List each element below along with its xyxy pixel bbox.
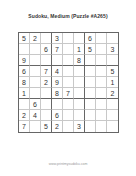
cell-r8c5 <box>63 110 74 121</box>
cell-r5c9: 1 <box>107 77 118 88</box>
cell-r5c3: 2 <box>41 77 52 88</box>
cell-r1c2: 2 <box>30 33 41 44</box>
cell-r2c7: 5 <box>85 44 96 55</box>
cell-r7c1 <box>19 99 30 110</box>
cell-r1c9 <box>107 33 118 44</box>
cell-r9c7 <box>85 121 96 132</box>
cell-r8c4: 6 <box>52 110 63 121</box>
footer-url: www.printmysudoku.com <box>0 162 136 166</box>
cell-r5c6 <box>74 77 85 88</box>
cell-r7c7 <box>85 99 96 110</box>
cell-r6c2 <box>30 88 41 99</box>
cell-r3c3 <box>41 55 52 66</box>
cell-r2c5 <box>63 44 74 55</box>
cell-r9c6: 3 <box>74 121 85 132</box>
cell-r6c6 <box>74 88 85 99</box>
cell-r7c3 <box>41 99 52 110</box>
cell-r4c3: 7 <box>41 66 52 77</box>
cell-r3c1: 9 <box>19 55 30 66</box>
cell-r2c4: 7 <box>52 44 63 55</box>
cell-r3c2 <box>30 55 41 66</box>
cell-r9c5 <box>63 121 74 132</box>
cell-r6c4: 8 <box>52 88 63 99</box>
cell-r1c7: 6 <box>85 33 96 44</box>
cell-r9c3: 5 <box>41 121 52 132</box>
cell-r8c1: 2 <box>19 110 30 121</box>
cell-r9c9 <box>107 121 118 132</box>
cell-r8c7 <box>85 110 96 121</box>
cell-r5c7 <box>85 77 96 88</box>
cell-r8c9 <box>107 110 118 121</box>
cell-r8c2: 4 <box>30 110 41 121</box>
cell-r8c8 <box>96 110 107 121</box>
cell-r8c3 <box>41 110 52 121</box>
cell-r2c3: 6 <box>41 44 52 55</box>
cell-r2c9: 3 <box>107 44 118 55</box>
cell-r6c1: 1 <box>19 88 30 99</box>
cell-r3c9 <box>107 55 118 66</box>
cell-r4c7 <box>85 66 96 77</box>
cell-r4c1: 6 <box>19 66 30 77</box>
cell-r1c4: 3 <box>52 33 63 44</box>
cell-r4c8 <box>96 66 107 77</box>
cell-r9c4: 2 <box>52 121 63 132</box>
cell-r1c6 <box>74 33 85 44</box>
cell-r7c8 <box>96 99 107 110</box>
cell-r2c8 <box>96 44 107 55</box>
cell-r3c7 <box>85 55 96 66</box>
cell-r1c1: 5 <box>19 33 30 44</box>
sudoku-grid: 5236671539867458291187262467523 <box>18 32 119 133</box>
cell-r7c5 <box>63 99 74 110</box>
cell-r6c8 <box>96 88 107 99</box>
cell-r3c6: 8 <box>74 55 85 66</box>
cell-r7c6 <box>74 99 85 110</box>
cell-r5c2 <box>30 77 41 88</box>
cell-r6c5: 7 <box>63 88 74 99</box>
cell-r7c9 <box>107 99 118 110</box>
cell-r4c6 <box>74 66 85 77</box>
cell-r4c4: 4 <box>52 66 63 77</box>
cell-r1c3 <box>41 33 52 44</box>
cell-r6c9: 2 <box>107 88 118 99</box>
cell-r5c1: 8 <box>19 77 30 88</box>
cell-r9c2 <box>30 121 41 132</box>
cell-r9c8 <box>96 121 107 132</box>
cell-r7c4 <box>52 99 63 110</box>
cell-r3c5 <box>63 55 74 66</box>
cell-r5c4: 9 <box>52 77 63 88</box>
cell-r8c6 <box>74 110 85 121</box>
cell-r5c8 <box>96 77 107 88</box>
cell-r1c5 <box>63 33 74 44</box>
cell-r3c8 <box>96 55 107 66</box>
page-title: Sudoku, Medium (Puzzle #A265) <box>0 13 136 19</box>
cell-r6c7 <box>85 88 96 99</box>
cell-r2c2 <box>30 44 41 55</box>
cell-r6c3 <box>41 88 52 99</box>
cell-r3c4 <box>52 55 63 66</box>
cell-r7c2: 6 <box>30 99 41 110</box>
cell-r2c1 <box>19 44 30 55</box>
cell-r9c1: 7 <box>19 121 30 132</box>
cell-r5c5 <box>63 77 74 88</box>
cell-r4c9: 5 <box>107 66 118 77</box>
cell-r1c8 <box>96 33 107 44</box>
sudoku-page: Sudoku, Medium (Puzzle #A265) 5236671539… <box>0 0 136 176</box>
cell-r4c2 <box>30 66 41 77</box>
cell-r2c6: 1 <box>74 44 85 55</box>
cell-r4c5 <box>63 66 74 77</box>
